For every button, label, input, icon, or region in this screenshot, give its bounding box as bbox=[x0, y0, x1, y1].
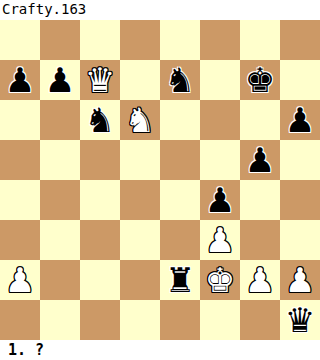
square-b1[interactable] bbox=[40, 300, 80, 340]
black-rook-e2: ♜ bbox=[165, 260, 195, 300]
square-f8[interactable] bbox=[200, 20, 240, 60]
black-knight-e7: ♞ bbox=[165, 60, 195, 100]
square-b4[interactable] bbox=[40, 180, 80, 220]
square-d5[interactable] bbox=[120, 140, 160, 180]
diagram-title: Crafty.163 bbox=[0, 0, 320, 20]
square-d4[interactable] bbox=[120, 180, 160, 220]
black-pawn-g5: ♟ bbox=[245, 140, 275, 180]
white-pawn-h2: ♟ bbox=[285, 260, 315, 300]
square-b8[interactable] bbox=[40, 20, 80, 60]
white-king-f2: ♚ bbox=[205, 260, 235, 300]
square-e1[interactable] bbox=[160, 300, 200, 340]
square-d1[interactable] bbox=[120, 300, 160, 340]
square-a7[interactable]: ♟ bbox=[0, 60, 40, 100]
move-prompt: 1. ? bbox=[0, 340, 320, 360]
square-h7[interactable] bbox=[280, 60, 320, 100]
square-g4[interactable] bbox=[240, 180, 280, 220]
square-e2[interactable]: ♜ bbox=[160, 260, 200, 300]
square-d3[interactable] bbox=[120, 220, 160, 260]
square-a5[interactable] bbox=[0, 140, 40, 180]
square-c5[interactable] bbox=[80, 140, 120, 180]
square-e4[interactable] bbox=[160, 180, 200, 220]
square-f1[interactable] bbox=[200, 300, 240, 340]
square-g1[interactable] bbox=[240, 300, 280, 340]
white-queen-c7: ♛ bbox=[85, 60, 115, 100]
square-a8[interactable] bbox=[0, 20, 40, 60]
black-pawn-h6: ♟ bbox=[285, 100, 315, 140]
square-a1[interactable] bbox=[0, 300, 40, 340]
square-d7[interactable] bbox=[120, 60, 160, 100]
square-b3[interactable] bbox=[40, 220, 80, 260]
white-pawn-f3: ♟ bbox=[205, 220, 235, 260]
square-h8[interactable] bbox=[280, 20, 320, 60]
square-f3[interactable]: ♟ bbox=[200, 220, 240, 260]
square-b7[interactable]: ♟ bbox=[40, 60, 80, 100]
square-h4[interactable] bbox=[280, 180, 320, 220]
square-c6[interactable]: ♞ bbox=[80, 100, 120, 140]
square-e6[interactable] bbox=[160, 100, 200, 140]
square-f7[interactable] bbox=[200, 60, 240, 100]
square-d6[interactable]: ♞ bbox=[120, 100, 160, 140]
square-a6[interactable] bbox=[0, 100, 40, 140]
square-a2[interactable]: ♟ bbox=[0, 260, 40, 300]
square-g8[interactable] bbox=[240, 20, 280, 60]
square-c7[interactable]: ♛ bbox=[80, 60, 120, 100]
square-a4[interactable] bbox=[0, 180, 40, 220]
black-king-g7: ♚ bbox=[245, 60, 275, 100]
square-f4[interactable]: ♟ bbox=[200, 180, 240, 220]
square-h6[interactable]: ♟ bbox=[280, 100, 320, 140]
square-h2[interactable]: ♟ bbox=[280, 260, 320, 300]
chess-board: ♟♟♛♞♚♞♞♟♟♟♟♟♜♚♟♟♛ bbox=[0, 20, 320, 340]
white-knight-d6: ♞ bbox=[125, 100, 155, 140]
square-g3[interactable] bbox=[240, 220, 280, 260]
square-c1[interactable] bbox=[80, 300, 120, 340]
square-g6[interactable] bbox=[240, 100, 280, 140]
square-f2[interactable]: ♚ bbox=[200, 260, 240, 300]
square-e8[interactable] bbox=[160, 20, 200, 60]
square-b2[interactable] bbox=[40, 260, 80, 300]
black-knight-c6: ♞ bbox=[85, 100, 115, 140]
square-d8[interactable] bbox=[120, 20, 160, 60]
square-c8[interactable] bbox=[80, 20, 120, 60]
square-g5[interactable]: ♟ bbox=[240, 140, 280, 180]
square-e3[interactable] bbox=[160, 220, 200, 260]
black-pawn-a7: ♟ bbox=[5, 60, 35, 100]
square-d2[interactable] bbox=[120, 260, 160, 300]
square-a3[interactable] bbox=[0, 220, 40, 260]
square-h1[interactable]: ♛ bbox=[280, 300, 320, 340]
square-b6[interactable] bbox=[40, 100, 80, 140]
square-f5[interactable] bbox=[200, 140, 240, 180]
square-e5[interactable] bbox=[160, 140, 200, 180]
black-pawn-f4: ♟ bbox=[205, 180, 235, 220]
square-e7[interactable]: ♞ bbox=[160, 60, 200, 100]
square-b5[interactable] bbox=[40, 140, 80, 180]
black-queen-h1: ♛ bbox=[285, 300, 315, 340]
square-c2[interactable] bbox=[80, 260, 120, 300]
white-pawn-g2: ♟ bbox=[245, 260, 275, 300]
square-g2[interactable]: ♟ bbox=[240, 260, 280, 300]
black-pawn-b7: ♟ bbox=[45, 60, 75, 100]
square-f6[interactable] bbox=[200, 100, 240, 140]
square-c3[interactable] bbox=[80, 220, 120, 260]
square-h5[interactable] bbox=[280, 140, 320, 180]
square-h3[interactable] bbox=[280, 220, 320, 260]
square-c4[interactable] bbox=[80, 180, 120, 220]
square-g7[interactable]: ♚ bbox=[240, 60, 280, 100]
white-pawn-a2: ♟ bbox=[5, 260, 35, 300]
